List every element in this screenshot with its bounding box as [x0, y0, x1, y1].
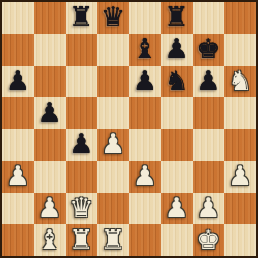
square-d1[interactable]: ♜	[97, 224, 129, 256]
piece-white-bishop: ♝	[38, 226, 62, 253]
piece-black-king: ♚	[196, 35, 220, 62]
square-h1[interactable]	[224, 224, 256, 256]
piece-white-pawn: ♟	[228, 162, 252, 189]
piece-white-pawn: ♟	[6, 162, 30, 189]
piece-black-queen: ♛	[101, 3, 125, 30]
piece-black-pawn: ♟	[165, 35, 189, 62]
square-a8[interactable]	[2, 2, 34, 34]
square-c4[interactable]: ♟	[66, 129, 98, 161]
piece-white-pawn: ♟	[165, 194, 189, 221]
square-g5[interactable]	[193, 97, 225, 129]
square-b3[interactable]	[34, 161, 66, 193]
square-a6[interactable]: ♟	[2, 66, 34, 98]
square-h5[interactable]	[224, 97, 256, 129]
square-a5[interactable]	[2, 97, 34, 129]
square-d8[interactable]: ♛	[97, 2, 129, 34]
square-e5[interactable]	[129, 97, 161, 129]
piece-black-pawn: ♟	[38, 99, 62, 126]
piece-white-knight: ♞	[228, 67, 252, 94]
square-h4[interactable]	[224, 129, 256, 161]
chess-board-frame: ♜♛♜♝♟♚♟♟♞♟♞♟♟♟♟♟♟♟♛♟♟♝♜♜♚	[0, 0, 258, 258]
piece-black-pawn: ♟	[6, 67, 30, 94]
square-b2[interactable]: ♟	[34, 193, 66, 225]
piece-black-bishop: ♝	[133, 35, 157, 62]
square-c5[interactable]	[66, 97, 98, 129]
square-h6[interactable]: ♞	[224, 66, 256, 98]
square-c6[interactable]	[66, 66, 98, 98]
square-h2[interactable]	[224, 193, 256, 225]
square-a4[interactable]	[2, 129, 34, 161]
square-f2[interactable]: ♟	[161, 193, 193, 225]
square-b8[interactable]	[34, 2, 66, 34]
square-e1[interactable]	[129, 224, 161, 256]
square-e8[interactable]	[129, 2, 161, 34]
square-g8[interactable]	[193, 2, 225, 34]
piece-white-pawn: ♟	[133, 162, 157, 189]
piece-black-rook: ♜	[165, 3, 189, 30]
square-h7[interactable]	[224, 34, 256, 66]
piece-black-pawn: ♟	[69, 130, 93, 157]
square-g3[interactable]	[193, 161, 225, 193]
piece-black-rook: ♜	[69, 3, 93, 30]
square-d5[interactable]	[97, 97, 129, 129]
square-f4[interactable]	[161, 129, 193, 161]
square-g7[interactable]: ♚	[193, 34, 225, 66]
square-b1[interactable]: ♝	[34, 224, 66, 256]
piece-white-rook: ♜	[101, 226, 125, 253]
square-d2[interactable]	[97, 193, 129, 225]
piece-white-rook: ♜	[69, 226, 93, 253]
square-d6[interactable]	[97, 66, 129, 98]
square-a2[interactable]	[2, 193, 34, 225]
square-c2[interactable]: ♛	[66, 193, 98, 225]
piece-black-knight: ♞	[165, 67, 189, 94]
square-c1[interactable]: ♜	[66, 224, 98, 256]
square-b5[interactable]: ♟	[34, 97, 66, 129]
square-f6[interactable]: ♞	[161, 66, 193, 98]
square-g2[interactable]: ♟	[193, 193, 225, 225]
square-f1[interactable]	[161, 224, 193, 256]
square-g6[interactable]: ♟	[193, 66, 225, 98]
square-c7[interactable]	[66, 34, 98, 66]
square-c8[interactable]: ♜	[66, 2, 98, 34]
square-b7[interactable]	[34, 34, 66, 66]
square-f5[interactable]	[161, 97, 193, 129]
square-g4[interactable]	[193, 129, 225, 161]
square-h8[interactable]	[224, 2, 256, 34]
square-a7[interactable]	[2, 34, 34, 66]
square-e4[interactable]	[129, 129, 161, 161]
square-d7[interactable]	[97, 34, 129, 66]
piece-white-queen: ♛	[69, 194, 93, 221]
square-c3[interactable]	[66, 161, 98, 193]
piece-black-pawn: ♟	[196, 67, 220, 94]
piece-white-pawn: ♟	[38, 194, 62, 221]
square-a3[interactable]: ♟	[2, 161, 34, 193]
square-f3[interactable]	[161, 161, 193, 193]
square-d3[interactable]	[97, 161, 129, 193]
square-d4[interactable]: ♟	[97, 129, 129, 161]
piece-white-pawn: ♟	[196, 194, 220, 221]
square-a1[interactable]	[2, 224, 34, 256]
piece-black-pawn: ♟	[133, 67, 157, 94]
square-e3[interactable]: ♟	[129, 161, 161, 193]
square-e2[interactable]	[129, 193, 161, 225]
square-f8[interactable]: ♜	[161, 2, 193, 34]
square-h3[interactable]: ♟	[224, 161, 256, 193]
piece-white-pawn: ♟	[101, 130, 125, 157]
square-e6[interactable]: ♟	[129, 66, 161, 98]
square-e7[interactable]: ♝	[129, 34, 161, 66]
square-g1[interactable]: ♚	[193, 224, 225, 256]
square-b6[interactable]	[34, 66, 66, 98]
square-b4[interactable]	[34, 129, 66, 161]
piece-white-king: ♚	[196, 226, 220, 253]
square-f7[interactable]: ♟	[161, 34, 193, 66]
chess-board: ♜♛♜♝♟♚♟♟♞♟♞♟♟♟♟♟♟♟♛♟♟♝♜♜♚	[2, 2, 256, 256]
